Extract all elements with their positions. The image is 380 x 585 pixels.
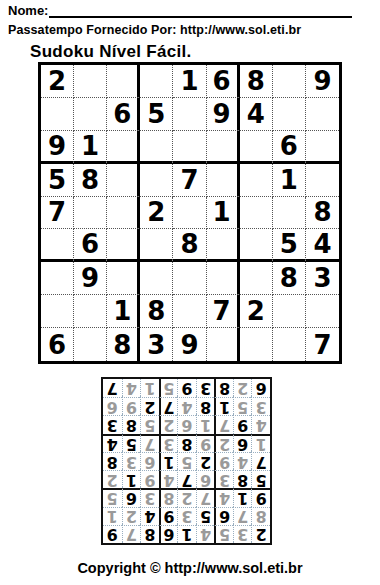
solution-cell-r8c4: 8 [196, 397, 215, 415]
solution-cell-r7c8: 8 [122, 415, 141, 433]
puzzle-cell-r1c1: 2 [41, 65, 74, 98]
solution-cell-r9c7: 1 [140, 379, 159, 397]
solution-cell-r5c6: 1 [159, 452, 178, 470]
copyright-text: Copyright © http://www.sol.eti.br [0, 560, 380, 576]
puzzle-cell-r1c6: 6 [207, 65, 240, 98]
puzzle-cell-r6c9: 4 [306, 229, 339, 262]
solution-cell-r8c3: 1 [214, 397, 233, 415]
puzzle-cell-r3c2: 1 [74, 131, 107, 164]
solution-cell-r5c7: 6 [140, 452, 159, 470]
puzzle-cell-r9c8[interactable] [273, 328, 306, 361]
solution-cell-r1c8: 7 [122, 525, 141, 543]
solution-cell-r1c4: 4 [196, 525, 215, 543]
puzzle-cell-r3c5[interactable] [173, 131, 206, 164]
solution-cell-r3c5: 2 [177, 488, 196, 506]
puzzle-cell-r2c5[interactable] [173, 98, 206, 131]
puzzle-cell-r7c4[interactable] [140, 262, 173, 295]
puzzle-cell-r2c8[interactable] [273, 98, 306, 131]
puzzle-cell-r1c5: 1 [173, 65, 206, 98]
solution-cell-r4c8: 1 [122, 470, 141, 488]
puzzle-cell-r4c2: 8 [74, 164, 107, 197]
solution-cell-r5c3: 9 [214, 452, 233, 470]
solution-cell-r6c8: 5 [122, 434, 141, 452]
solution-cell-r2c3: 6 [214, 507, 233, 525]
puzzle-cell-r4c5: 7 [173, 164, 206, 197]
puzzle-cell-r3c1: 9 [41, 131, 74, 164]
solution-cell-r7c7: 5 [140, 415, 159, 433]
solution-cell-r1c6: 6 [159, 525, 178, 543]
puzzle-cell-r5c6: 1 [207, 197, 240, 230]
solution-cell-r4c9: 2 [103, 470, 122, 488]
puzzle-cell-r4c8: 1 [273, 164, 306, 197]
puzzle-cell-r5c5[interactable] [173, 197, 206, 230]
puzzle-cell-r2c6: 9 [207, 98, 240, 131]
puzzle-cell-r9c9: 7 [306, 328, 339, 361]
solution-cell-r3c7: 3 [140, 488, 159, 506]
puzzle-cell-r4c3[interactable] [107, 164, 140, 197]
sudoku-solution-grid-rotated: 2354168798765394219147283655836749127492… [101, 377, 272, 545]
puzzle-cell-r5c1: 7 [41, 197, 74, 230]
puzzle-cell-r9c2[interactable] [74, 328, 107, 361]
solution-cell-r2c4: 5 [196, 507, 215, 525]
puzzle-cell-r1c7: 8 [240, 65, 273, 98]
solution-cell-r1c9: 9 [103, 525, 122, 543]
solution-cell-r6c7: 7 [140, 434, 159, 452]
puzzle-cell-r3c4[interactable] [140, 131, 173, 164]
puzzle-cell-r7c6[interactable] [207, 262, 240, 295]
name-label: Nome: [8, 3, 48, 18]
solution-cell-r2c9: 1 [103, 507, 122, 525]
solution-cell-r9c3: 8 [214, 379, 233, 397]
solution-cell-r1c5: 1 [177, 525, 196, 543]
solution-cell-r1c7: 8 [140, 525, 159, 543]
puzzle-cell-r6c1[interactable] [41, 229, 74, 262]
solution-cell-r9c4: 3 [196, 379, 215, 397]
puzzle-cell-r2c9[interactable] [306, 98, 339, 131]
solution-cell-r9c2: 2 [233, 379, 252, 397]
solution-cell-r8c9: 6 [103, 397, 122, 415]
puzzle-cell-r2c1[interactable] [41, 98, 74, 131]
solution-cell-r4c4: 6 [196, 470, 215, 488]
solution-cell-r1c1: 2 [251, 525, 270, 543]
puzzle-cell-r9c5: 9 [173, 328, 206, 361]
puzzle-cell-r7c3[interactable] [107, 262, 140, 295]
sudoku-puzzle-grid: 216896594916587172186854983187268397 [38, 62, 342, 364]
solution-cell-r2c1: 8 [251, 507, 270, 525]
solution-cell-r7c2: 9 [233, 415, 252, 433]
puzzle-cell-r7c5[interactable] [173, 262, 206, 295]
puzzle-cell-r4c4[interactable] [140, 164, 173, 197]
puzzle-cell-r8c1[interactable] [41, 295, 74, 328]
puzzle-cell-r1c2[interactable] [74, 65, 107, 98]
solution-cell-r8c2: 5 [233, 397, 252, 415]
solution-cell-r9c8: 4 [122, 379, 141, 397]
solution-cell-r5c5: 5 [177, 452, 196, 470]
puzzle-cell-r8c2[interactable] [74, 295, 107, 328]
solution-cell-r3c6: 8 [159, 488, 178, 506]
solution-cell-r6c2: 6 [233, 434, 252, 452]
solution-cell-r4c5: 7 [177, 470, 196, 488]
solution-cell-r8c6: 7 [159, 397, 178, 415]
puzzle-cell-r3c8: 6 [273, 131, 306, 164]
puzzle-cell-r4c6[interactable] [207, 164, 240, 197]
puzzle-cell-r8c5[interactable] [173, 295, 206, 328]
puzzle-cell-r1c3[interactable] [107, 65, 140, 98]
puzzle-cell-r3c7[interactable] [240, 131, 273, 164]
solution-cell-r4c2: 8 [233, 470, 252, 488]
puzzle-cell-r4c9[interactable] [306, 164, 339, 197]
puzzle-cell-r7c9: 3 [306, 262, 339, 295]
puzzle-cell-r2c7: 4 [240, 98, 273, 131]
puzzle-cell-r6c2: 6 [74, 229, 107, 262]
puzzle-cell-r8c9[interactable] [306, 295, 339, 328]
puzzle-cell-r4c1: 5 [41, 164, 74, 197]
puzzle-cell-r3c3[interactable] [107, 131, 140, 164]
solution-cell-r4c7: 9 [140, 470, 159, 488]
solution-cell-r1c2: 3 [233, 525, 252, 543]
solution-cell-r6c5: 8 [177, 434, 196, 452]
puzzle-cell-r5c7[interactable] [240, 197, 273, 230]
provided-by-text: Passatempo Fornecido Por: http://www.sol… [8, 23, 301, 37]
solution-cell-r1c3: 5 [214, 525, 233, 543]
solution-cell-r5c1: 7 [251, 452, 270, 470]
puzzle-cell-r9c1: 6 [41, 328, 74, 361]
page-title: Sudoku Nível Fácil. [30, 42, 192, 62]
solution-cell-r2c5: 3 [177, 507, 196, 525]
puzzle-cell-r5c4: 2 [140, 197, 173, 230]
solution-cell-r3c2: 1 [233, 488, 252, 506]
puzzle-cell-r1c9: 9 [306, 65, 339, 98]
solution-cell-r8c5: 4 [177, 397, 196, 415]
puzzle-cell-r9c4: 3 [140, 328, 173, 361]
puzzle-cell-r1c4[interactable] [140, 65, 173, 98]
solution-cell-r7c6: 2 [159, 415, 178, 433]
solution-cell-r3c3: 4 [214, 488, 233, 506]
solution-cell-r9c9: 7 [103, 379, 122, 397]
solution-cell-r7c9: 3 [103, 415, 122, 433]
puzzle-cell-r7c2: 9 [74, 262, 107, 295]
puzzle-cell-r6c4[interactable] [140, 229, 173, 262]
solution-cell-r4c1: 5 [251, 470, 270, 488]
solution-cell-r4c3: 3 [214, 470, 233, 488]
solution-cell-r5c8: 3 [122, 452, 141, 470]
puzzle-cell-r5c3[interactable] [107, 197, 140, 230]
solution-cell-r2c6: 9 [159, 507, 178, 525]
puzzle-cell-r9c6[interactable] [207, 328, 240, 361]
puzzle-cell-r8c3: 1 [107, 295, 140, 328]
puzzle-cell-r2c3: 6 [107, 98, 140, 131]
solution-cell-r8c8: 9 [122, 397, 141, 415]
puzzle-cell-r6c6[interactable] [207, 229, 240, 262]
puzzle-cell-r6c5: 8 [173, 229, 206, 262]
puzzle-cell-r6c8: 5 [273, 229, 306, 262]
puzzle-cell-r2c2[interactable] [74, 98, 107, 131]
name-row: Nome: [8, 3, 352, 18]
puzzle-cell-r6c3[interactable] [107, 229, 140, 262]
solution-cell-r5c4: 2 [196, 452, 215, 470]
name-fill-line [49, 3, 352, 18]
solution-cell-r6c6: 3 [159, 434, 178, 452]
solution-cell-r9c6: 5 [159, 379, 178, 397]
solution-cell-r7c4: 1 [196, 415, 215, 433]
solution-cell-r6c1: 1 [251, 434, 270, 452]
solution-cell-r5c9: 8 [103, 452, 122, 470]
puzzle-cell-r5c2[interactable] [74, 197, 107, 230]
solution-cell-r9c1: 6 [251, 379, 270, 397]
puzzle-cell-r8c4: 8 [140, 295, 173, 328]
solution-cell-r6c4: 9 [196, 434, 215, 452]
solution-cell-r7c1: 4 [251, 415, 270, 433]
puzzle-cell-r8c6: 7 [207, 295, 240, 328]
puzzle-cell-r8c8[interactable] [273, 295, 306, 328]
solution-cell-r3c4: 7 [196, 488, 215, 506]
solution-cell-r8c7: 2 [140, 397, 159, 415]
puzzle-cell-r5c8[interactable] [273, 197, 306, 230]
puzzle-cell-r9c7[interactable] [240, 328, 273, 361]
solution-cell-r3c8: 6 [122, 488, 141, 506]
puzzle-cell-r3c9[interactable] [306, 131, 339, 164]
solution-cell-r3c9: 5 [103, 488, 122, 506]
solution-cell-r2c7: 4 [140, 507, 159, 525]
solution-cell-r7c3: 7 [214, 415, 233, 433]
puzzle-cell-r1c8[interactable] [273, 65, 306, 98]
puzzle-cell-r7c8: 8 [273, 262, 306, 295]
solution-cell-r6c9: 4 [103, 434, 122, 452]
puzzle-cell-r7c1[interactable] [41, 262, 74, 295]
puzzle-cell-r6c7[interactable] [240, 229, 273, 262]
puzzle-cell-r4c7[interactable] [240, 164, 273, 197]
puzzle-cell-r9c3: 8 [107, 328, 140, 361]
solution-cell-r3c1: 9 [251, 488, 270, 506]
solution-cell-r2c2: 7 [233, 507, 252, 525]
solution-cell-r8c1: 3 [251, 397, 270, 415]
puzzle-cell-r8c7: 2 [240, 295, 273, 328]
solution-cell-r6c3: 2 [214, 434, 233, 452]
solution-cell-r7c5: 6 [177, 415, 196, 433]
puzzle-cell-r2c4: 5 [140, 98, 173, 131]
solution-cell-r5c2: 4 [233, 452, 252, 470]
solution-cell-r9c5: 9 [177, 379, 196, 397]
solution-cell-r2c8: 2 [122, 507, 141, 525]
puzzle-cell-r7c7[interactable] [240, 262, 273, 295]
puzzle-cell-r3c6[interactable] [207, 131, 240, 164]
puzzle-cell-r5c9: 8 [306, 197, 339, 230]
solution-cell-r4c6: 4 [159, 470, 178, 488]
